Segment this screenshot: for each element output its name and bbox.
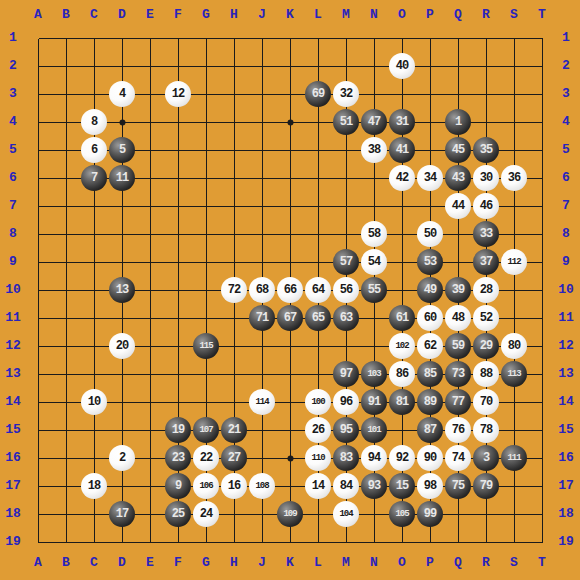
- stone-M9-black-57: 57: [333, 249, 359, 275]
- stone-Q6-black-43: 43: [445, 165, 471, 191]
- stone-R7-white-46: 46: [473, 193, 499, 219]
- move-number: 25: [172, 508, 184, 520]
- move-number: 61: [396, 312, 408, 324]
- stone-D16-white-2: 2: [109, 445, 135, 471]
- stone-P17-white-98: 98: [417, 473, 443, 499]
- move-number: 102: [395, 342, 408, 351]
- stone-P12-white-62: 62: [417, 333, 443, 359]
- stone-J14-white-114: 114: [249, 389, 275, 415]
- move-number: 99: [424, 508, 436, 520]
- move-number: 12: [172, 88, 184, 100]
- column-label-top-Q: Q: [444, 7, 472, 23]
- row-label-left-3: 3: [0, 86, 26, 102]
- move-number: 96: [340, 396, 352, 408]
- move-number: 33: [480, 228, 492, 240]
- move-number: 115: [199, 342, 212, 351]
- column-label-bottom-C: C: [80, 555, 108, 571]
- move-number: 49: [424, 284, 436, 296]
- stone-N13-black-103: 103: [361, 361, 387, 387]
- stone-P9-black-53: 53: [417, 249, 443, 275]
- stone-O13-white-86: 86: [389, 361, 415, 387]
- stone-K11-black-67: 67: [277, 305, 303, 331]
- stone-G12-black-115: 115: [193, 333, 219, 359]
- row-label-left-18: 18: [0, 506, 26, 522]
- stone-N4-black-47: 47: [361, 109, 387, 135]
- stone-P18-black-99: 99: [417, 501, 443, 527]
- move-number: 74: [452, 452, 464, 464]
- stone-F15-black-19: 19: [165, 417, 191, 443]
- stone-R11-white-52: 52: [473, 305, 499, 331]
- move-number: 44: [452, 200, 464, 212]
- column-label-top-J: J: [248, 7, 276, 23]
- stone-R13-white-88: 88: [473, 361, 499, 387]
- move-number: 34: [424, 172, 436, 184]
- stone-J10-white-68: 68: [249, 277, 275, 303]
- row-label-left-10: 10: [0, 282, 26, 298]
- move-number: 15: [396, 480, 408, 492]
- stone-Q4-black-1: 1: [445, 109, 471, 135]
- stone-Q5-black-45: 45: [445, 137, 471, 163]
- column-label-bottom-G: G: [192, 555, 220, 571]
- stone-S13-black-113: 113: [501, 361, 527, 387]
- column-label-top-P: P: [416, 7, 444, 23]
- stone-O17-black-15: 15: [389, 473, 415, 499]
- row-label-left-2: 2: [0, 58, 26, 74]
- move-number: 59: [452, 340, 464, 352]
- stone-G18-white-24: 24: [193, 501, 219, 527]
- stone-P8-white-50: 50: [417, 221, 443, 247]
- column-label-bottom-S: S: [500, 555, 528, 571]
- stone-P15-black-87: 87: [417, 417, 443, 443]
- column-label-top-E: E: [136, 7, 164, 23]
- stone-Q14-black-77: 77: [445, 389, 471, 415]
- column-label-bottom-R: R: [472, 555, 500, 571]
- move-number: 60: [424, 312, 436, 324]
- column-label-bottom-D: D: [108, 555, 136, 571]
- move-number: 62: [424, 340, 436, 352]
- stone-P16-white-90: 90: [417, 445, 443, 471]
- move-number: 52: [480, 312, 492, 324]
- stone-D3-white-4: 4: [109, 81, 135, 107]
- column-label-bottom-H: H: [220, 555, 248, 571]
- stone-G17-white-106: 106: [193, 473, 219, 499]
- move-number: 112: [507, 258, 520, 267]
- move-number: 114: [255, 398, 268, 407]
- column-label-bottom-K: K: [276, 555, 304, 571]
- move-number: 78: [480, 424, 492, 436]
- row-label-left-7: 7: [0, 198, 26, 214]
- stone-D18-black-17: 17: [109, 501, 135, 527]
- move-number: 65: [312, 312, 324, 324]
- stone-N5-white-38: 38: [361, 137, 387, 163]
- move-number: 5: [119, 144, 125, 156]
- move-number: 51: [340, 116, 352, 128]
- column-label-bottom-J: J: [248, 555, 276, 571]
- stone-K18-black-109: 109: [277, 501, 303, 527]
- row-label-right-7: 7: [553, 198, 579, 214]
- row-label-right-19: 19: [553, 534, 579, 550]
- move-number: 92: [396, 452, 408, 464]
- stone-O14-black-81: 81: [389, 389, 415, 415]
- row-label-left-5: 5: [0, 142, 26, 158]
- row-label-right-3: 3: [553, 86, 579, 102]
- move-number: 94: [368, 452, 380, 464]
- move-number: 103: [367, 370, 380, 379]
- move-number: 67: [284, 312, 296, 324]
- stone-R8-black-33: 33: [473, 221, 499, 247]
- move-number: 77: [452, 396, 464, 408]
- stone-N10-black-55: 55: [361, 277, 387, 303]
- row-label-left-1: 1: [0, 30, 26, 46]
- row-label-right-16: 16: [553, 450, 579, 466]
- stone-P13-black-85: 85: [417, 361, 443, 387]
- stone-R10-white-28: 28: [473, 277, 499, 303]
- row-label-left-12: 12: [0, 338, 26, 354]
- stone-M18-white-104: 104: [333, 501, 359, 527]
- row-label-left-4: 4: [0, 114, 26, 130]
- move-number: 42: [396, 172, 408, 184]
- column-label-top-A: A: [24, 7, 52, 23]
- move-number: 75: [452, 480, 464, 492]
- move-number: 83: [340, 452, 352, 464]
- move-number: 81: [396, 396, 408, 408]
- stone-O11-black-61: 61: [389, 305, 415, 331]
- column-label-bottom-P: P: [416, 555, 444, 571]
- move-number: 20: [116, 340, 128, 352]
- move-number: 90: [424, 452, 436, 464]
- column-label-bottom-L: L: [304, 555, 332, 571]
- move-number: 106: [199, 482, 212, 491]
- go-board-diagram: 1234567891011121314151617181920212223242…: [0, 0, 580, 580]
- row-label-right-15: 15: [553, 422, 579, 438]
- move-number: 53: [424, 256, 436, 268]
- move-number: 50: [424, 228, 436, 240]
- row-label-right-11: 11: [553, 310, 579, 326]
- move-number: 108: [255, 482, 268, 491]
- move-number: 7: [91, 172, 97, 184]
- move-number: 80: [508, 340, 520, 352]
- move-number: 32: [340, 88, 352, 100]
- column-label-top-N: N: [360, 7, 388, 23]
- stone-Q11-white-48: 48: [445, 305, 471, 331]
- move-number: 84: [340, 480, 352, 492]
- move-number: 87: [424, 424, 436, 436]
- move-number: 6: [91, 144, 97, 156]
- row-label-right-17: 17: [553, 478, 579, 494]
- stone-M4-black-51: 51: [333, 109, 359, 135]
- stone-C5-white-6: 6: [81, 137, 107, 163]
- stone-M13-black-97: 97: [333, 361, 359, 387]
- row-label-right-6: 6: [553, 170, 579, 186]
- row-label-right-18: 18: [553, 506, 579, 522]
- stone-L16-white-110: 110: [305, 445, 331, 471]
- stone-R5-black-35: 35: [473, 137, 499, 163]
- column-label-bottom-A: A: [24, 555, 52, 571]
- stone-O18-black-105: 105: [389, 501, 415, 527]
- move-number: 70: [480, 396, 492, 408]
- move-number: 64: [312, 284, 324, 296]
- row-label-right-9: 9: [553, 254, 579, 270]
- stone-H10-white-72: 72: [221, 277, 247, 303]
- row-label-right-12: 12: [553, 338, 579, 354]
- stone-C17-white-18: 18: [81, 473, 107, 499]
- stone-Q13-black-73: 73: [445, 361, 471, 387]
- column-label-bottom-O: O: [388, 555, 416, 571]
- move-number: 30: [480, 172, 492, 184]
- row-label-right-5: 5: [553, 142, 579, 158]
- stone-F16-black-23: 23: [165, 445, 191, 471]
- stone-M10-white-56: 56: [333, 277, 359, 303]
- move-number: 98: [424, 480, 436, 492]
- move-number: 85: [424, 368, 436, 380]
- row-label-left-15: 15: [0, 422, 26, 438]
- row-label-left-11: 11: [0, 310, 26, 326]
- row-label-right-14: 14: [553, 394, 579, 410]
- move-number: 113: [507, 370, 520, 379]
- column-label-top-R: R: [472, 7, 500, 23]
- move-number: 31: [396, 116, 408, 128]
- move-number: 91: [368, 396, 380, 408]
- move-number: 10: [88, 396, 100, 408]
- row-label-right-8: 8: [553, 226, 579, 242]
- stone-M16-black-83: 83: [333, 445, 359, 471]
- move-number: 47: [368, 116, 380, 128]
- move-number: 86: [396, 368, 408, 380]
- move-number: 111: [507, 454, 520, 463]
- stone-L17-white-14: 14: [305, 473, 331, 499]
- board-grid[interactable]: 1234567891011121314151617181920212223242…: [24, 24, 556, 556]
- stone-J17-white-108: 108: [249, 473, 275, 499]
- move-number: 24: [200, 508, 212, 520]
- stone-F3-white-12: 12: [165, 81, 191, 107]
- move-number: 36: [508, 172, 520, 184]
- column-label-top-T: T: [528, 7, 556, 23]
- stone-N17-black-93: 93: [361, 473, 387, 499]
- stone-S6-white-36: 36: [501, 165, 527, 191]
- move-number: 41: [396, 144, 408, 156]
- row-label-left-16: 16: [0, 450, 26, 466]
- move-number: 88: [480, 368, 492, 380]
- move-number: 43: [452, 172, 464, 184]
- move-number: 1: [455, 116, 461, 128]
- column-label-top-F: F: [164, 7, 192, 23]
- move-number: 55: [368, 284, 380, 296]
- stone-L3-black-69: 69: [305, 81, 331, 107]
- move-number: 73: [452, 368, 464, 380]
- stone-O12-white-102: 102: [389, 333, 415, 359]
- stone-Q15-white-76: 76: [445, 417, 471, 443]
- stone-R6-white-30: 30: [473, 165, 499, 191]
- move-number: 45: [452, 144, 464, 156]
- stone-R9-black-37: 37: [473, 249, 499, 275]
- stone-Q7-white-44: 44: [445, 193, 471, 219]
- column-label-top-M: M: [332, 7, 360, 23]
- move-number: 21: [228, 424, 240, 436]
- move-number: 107: [199, 426, 212, 435]
- stone-D5-black-5: 5: [109, 137, 135, 163]
- stone-D10-black-13: 13: [109, 277, 135, 303]
- stone-D12-white-20: 20: [109, 333, 135, 359]
- stone-P11-white-60: 60: [417, 305, 443, 331]
- move-number: 28: [480, 284, 492, 296]
- stone-F17-black-9: 9: [165, 473, 191, 499]
- stone-P6-white-34: 34: [417, 165, 443, 191]
- move-number: 93: [368, 480, 380, 492]
- row-label-right-4: 4: [553, 114, 579, 130]
- row-label-left-14: 14: [0, 394, 26, 410]
- move-number: 57: [340, 256, 352, 268]
- move-number: 46: [480, 200, 492, 212]
- column-label-top-K: K: [276, 7, 304, 23]
- stone-M17-white-84: 84: [333, 473, 359, 499]
- move-number: 58: [368, 228, 380, 240]
- column-label-top-H: H: [220, 7, 248, 23]
- move-number: 13: [116, 284, 128, 296]
- move-number: 110: [311, 454, 324, 463]
- move-number: 72: [228, 284, 240, 296]
- stone-S12-white-80: 80: [501, 333, 527, 359]
- move-number: 37: [480, 256, 492, 268]
- column-label-bottom-E: E: [136, 555, 164, 571]
- column-label-bottom-N: N: [360, 555, 388, 571]
- stone-N9-white-54: 54: [361, 249, 387, 275]
- stone-C14-white-10: 10: [81, 389, 107, 415]
- move-number: 18: [88, 480, 100, 492]
- row-label-right-2: 2: [553, 58, 579, 74]
- stone-L15-white-26: 26: [305, 417, 331, 443]
- stone-R12-black-29: 29: [473, 333, 499, 359]
- stone-N16-white-94: 94: [361, 445, 387, 471]
- stone-S16-black-111: 111: [501, 445, 527, 471]
- column-label-top-B: B: [52, 7, 80, 23]
- stone-Q17-black-75: 75: [445, 473, 471, 499]
- move-number: 79: [480, 480, 492, 492]
- stone-C4-white-8: 8: [81, 109, 107, 135]
- row-label-left-9: 9: [0, 254, 26, 270]
- stone-L11-black-65: 65: [305, 305, 331, 331]
- move-number: 26: [312, 424, 324, 436]
- stone-N14-black-91: 91: [361, 389, 387, 415]
- stone-M15-black-95: 95: [333, 417, 359, 443]
- move-number: 27: [228, 452, 240, 464]
- stone-N8-white-58: 58: [361, 221, 387, 247]
- stone-M14-white-96: 96: [333, 389, 359, 415]
- move-number: 22: [200, 452, 212, 464]
- column-label-top-D: D: [108, 7, 136, 23]
- move-number: 35: [480, 144, 492, 156]
- move-number: 29: [480, 340, 492, 352]
- move-number: 38: [368, 144, 380, 156]
- move-number: 101: [367, 426, 380, 435]
- move-number: 39: [452, 284, 464, 296]
- move-number: 14: [312, 480, 324, 492]
- stone-O6-white-42: 42: [389, 165, 415, 191]
- move-number: 4: [119, 88, 125, 100]
- stone-S9-white-112: 112: [501, 249, 527, 275]
- move-number: 89: [424, 396, 436, 408]
- move-number: 48: [452, 312, 464, 324]
- stone-M3-white-32: 32: [333, 81, 359, 107]
- move-number: 97: [340, 368, 352, 380]
- column-label-bottom-B: B: [52, 555, 80, 571]
- column-label-top-S: S: [500, 7, 528, 23]
- stone-R17-black-79: 79: [473, 473, 499, 499]
- move-number: 19: [172, 424, 184, 436]
- stone-R15-white-78: 78: [473, 417, 499, 443]
- column-label-top-L: L: [304, 7, 332, 23]
- stone-G16-white-22: 22: [193, 445, 219, 471]
- move-number: 71: [256, 312, 268, 324]
- row-label-left-13: 13: [0, 366, 26, 382]
- row-label-right-13: 13: [553, 366, 579, 382]
- stone-G15-black-107: 107: [193, 417, 219, 443]
- move-number: 68: [256, 284, 268, 296]
- move-number: 3: [483, 452, 489, 464]
- stone-Q10-black-39: 39: [445, 277, 471, 303]
- move-number: 66: [284, 284, 296, 296]
- stone-H16-black-27: 27: [221, 445, 247, 471]
- row-label-left-6: 6: [0, 170, 26, 186]
- move-number: 2: [119, 452, 125, 464]
- move-number: 95: [340, 424, 352, 436]
- row-label-left-19: 19: [0, 534, 26, 550]
- stone-H17-white-16: 16: [221, 473, 247, 499]
- column-label-bottom-Q: Q: [444, 555, 472, 571]
- stone-Q16-white-74: 74: [445, 445, 471, 471]
- move-number: 105: [395, 510, 408, 519]
- move-number: 104: [339, 510, 352, 519]
- move-number: 54: [368, 256, 380, 268]
- column-label-bottom-F: F: [164, 555, 192, 571]
- stone-H15-black-21: 21: [221, 417, 247, 443]
- move-number: 69: [312, 88, 324, 100]
- move-number: 9: [175, 480, 181, 492]
- stone-R16-black-3: 3: [473, 445, 499, 471]
- row-label-right-10: 10: [553, 282, 579, 298]
- stone-M11-black-63: 63: [333, 305, 359, 331]
- stone-J11-black-71: 71: [249, 305, 275, 331]
- move-number: 11: [116, 172, 128, 184]
- move-number: 23: [172, 452, 184, 464]
- stone-N15-black-101: 101: [361, 417, 387, 443]
- stone-D6-black-11: 11: [109, 165, 135, 191]
- stone-P10-black-49: 49: [417, 277, 443, 303]
- move-number: 100: [311, 398, 324, 407]
- stone-C6-black-7: 7: [81, 165, 107, 191]
- stone-P14-black-89: 89: [417, 389, 443, 415]
- stone-L10-white-64: 64: [305, 277, 331, 303]
- move-number: 40: [396, 60, 408, 72]
- move-number: 16: [228, 480, 240, 492]
- stone-O2-white-40: 40: [389, 53, 415, 79]
- column-label-bottom-M: M: [332, 555, 360, 571]
- row-label-left-17: 17: [0, 478, 26, 494]
- stone-K10-white-66: 66: [277, 277, 303, 303]
- move-number: 8: [91, 116, 97, 128]
- column-label-top-C: C: [80, 7, 108, 23]
- stone-O16-white-92: 92: [389, 445, 415, 471]
- move-number: 56: [340, 284, 352, 296]
- stone-F18-black-25: 25: [165, 501, 191, 527]
- stone-R14-white-70: 70: [473, 389, 499, 415]
- move-number: 63: [340, 312, 352, 324]
- stone-O5-black-41: 41: [389, 137, 415, 163]
- column-label-top-O: O: [388, 7, 416, 23]
- stone-O4-black-31: 31: [389, 109, 415, 135]
- move-number: 109: [283, 510, 296, 519]
- move-number: 76: [452, 424, 464, 436]
- stone-L14-white-100: 100: [305, 389, 331, 415]
